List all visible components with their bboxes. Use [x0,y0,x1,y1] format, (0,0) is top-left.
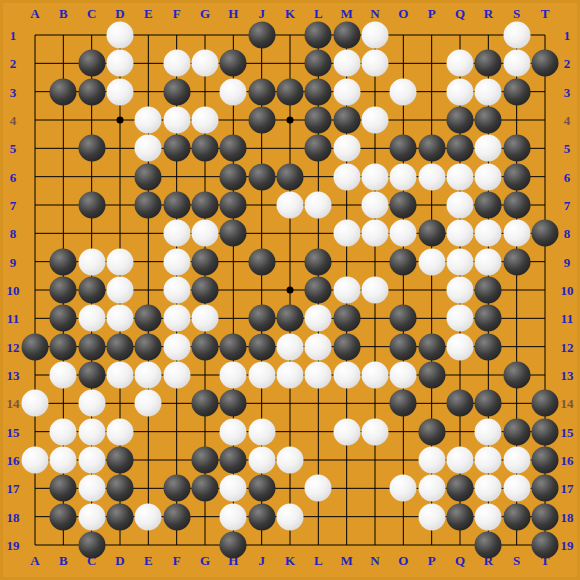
row-label-left-6: 6 [10,170,17,183]
stone-white-M5[interactable] [333,135,360,162]
stone-white-L12[interactable] [305,333,332,360]
row-label-right-3: 3 [564,85,571,98]
column-label-bottom-Q: Q [455,554,465,567]
stone-black-J3[interactable] [248,78,275,105]
stone-black-E6[interactable] [135,163,162,190]
stone-white-L7[interactable] [305,192,332,219]
row-label-right-14: 14 [561,397,574,410]
stone-white-A14[interactable] [22,390,49,417]
stone-white-F13[interactable] [163,362,190,389]
stone-black-P5[interactable] [418,135,445,162]
stone-white-J15[interactable] [248,418,275,445]
stone-black-A12[interactable] [22,333,49,360]
stone-white-D10[interactable] [107,277,134,304]
stone-white-G2[interactable] [192,50,219,77]
column-label-bottom-S: S [513,554,520,567]
column-label-bottom-M: M [341,554,353,567]
stone-black-B10[interactable] [50,277,77,304]
stone-black-T14[interactable] [532,390,559,417]
stone-white-N13[interactable] [362,362,389,389]
stone-white-E5[interactable] [135,135,162,162]
stone-black-R12[interactable] [475,333,502,360]
stone-white-M13[interactable] [333,362,360,389]
stone-black-G10[interactable] [192,277,219,304]
stone-white-C16[interactable] [78,447,105,474]
stone-black-T17[interactable] [532,475,559,502]
stone-black-K6[interactable] [277,163,304,190]
stone-black-S5[interactable] [503,135,530,162]
stone-black-P12[interactable] [418,333,445,360]
stone-white-R16[interactable] [475,447,502,474]
stone-white-D13[interactable] [107,362,134,389]
stone-black-B11[interactable] [50,305,77,332]
row-label-right-2: 2 [564,57,571,70]
stone-black-E7[interactable] [135,192,162,219]
stone-black-P15[interactable] [418,418,445,445]
stone-black-R19[interactable] [475,532,502,559]
stone-white-J13[interactable] [248,362,275,389]
stone-black-F5[interactable] [163,135,190,162]
stone-white-R15[interactable] [475,418,502,445]
stone-white-Q7[interactable] [447,192,474,219]
stone-white-N15[interactable] [362,418,389,445]
stone-white-N4[interactable] [362,107,389,134]
stone-white-S2[interactable] [503,50,530,77]
stone-white-P9[interactable] [418,248,445,275]
stone-white-R8[interactable] [475,220,502,247]
stone-white-M6[interactable] [333,163,360,190]
column-label-top-P: P [428,7,436,20]
stone-black-B9[interactable] [50,248,77,275]
stone-black-R7[interactable] [475,192,502,219]
row-label-left-5: 5 [10,142,17,155]
row-label-left-13: 13 [7,369,20,382]
row-label-left-18: 18 [7,510,20,523]
row-label-right-6: 6 [564,170,571,183]
star-point [117,117,124,124]
stone-white-R3[interactable] [475,78,502,105]
stone-black-S18[interactable] [503,503,530,530]
stone-white-N7[interactable] [362,192,389,219]
stone-white-N10[interactable] [362,277,389,304]
row-label-left-7: 7 [10,199,17,212]
column-label-bottom-L: L [314,554,323,567]
stone-black-J6[interactable] [248,163,275,190]
stone-white-K18[interactable] [277,503,304,530]
stone-white-B13[interactable] [50,362,77,389]
stone-black-H7[interactable] [220,192,247,219]
stone-black-T2[interactable] [532,50,559,77]
stone-black-M4[interactable] [333,107,360,134]
stone-white-F8[interactable] [163,220,190,247]
row-label-right-18: 18 [561,510,574,523]
stone-black-C19[interactable] [78,532,105,559]
stone-black-L4[interactable] [305,107,332,134]
stone-black-O9[interactable] [390,248,417,275]
stone-black-Q5[interactable] [447,135,474,162]
stone-black-C10[interactable] [78,277,105,304]
stone-black-E12[interactable] [135,333,162,360]
stone-white-C17[interactable] [78,475,105,502]
stone-black-B17[interactable] [50,475,77,502]
stone-black-H6[interactable] [220,163,247,190]
stone-white-D3[interactable] [107,78,134,105]
row-label-right-9: 9 [564,255,571,268]
stone-white-Q3[interactable] [447,78,474,105]
stone-white-F10[interactable] [163,277,190,304]
stone-black-G7[interactable] [192,192,219,219]
stone-black-P8[interactable] [418,220,445,247]
stone-white-C15[interactable] [78,418,105,445]
stone-white-P17[interactable] [418,475,445,502]
stone-white-Q10[interactable] [447,277,474,304]
stone-white-P16[interactable] [418,447,445,474]
column-label-top-N: N [370,7,379,20]
stone-white-M8[interactable] [333,220,360,247]
stone-white-F2[interactable] [163,50,190,77]
stone-black-C12[interactable] [78,333,105,360]
column-label-top-F: F [173,7,181,20]
stone-white-N2[interactable] [362,50,389,77]
column-label-bottom-G: G [200,554,210,567]
stone-white-H18[interactable] [220,503,247,530]
column-label-top-K: K [285,7,295,20]
row-label-right-4: 4 [564,114,571,127]
row-label-right-5: 5 [564,142,571,155]
stone-white-H17[interactable] [220,475,247,502]
stone-black-T18[interactable] [532,503,559,530]
stone-black-C5[interactable] [78,135,105,162]
stone-white-L11[interactable] [305,305,332,332]
stone-black-K3[interactable] [277,78,304,105]
stone-black-F17[interactable] [163,475,190,502]
row-label-right-16: 16 [561,454,574,467]
stone-white-O17[interactable] [390,475,417,502]
column-label-bottom-P: P [428,554,436,567]
stone-white-R5[interactable] [475,135,502,162]
stone-black-G16[interactable] [192,447,219,474]
stone-black-S3[interactable] [503,78,530,105]
stone-black-R2[interactable] [475,50,502,77]
stone-white-G11[interactable] [192,305,219,332]
row-label-left-16: 16 [7,454,20,467]
stone-black-O12[interactable] [390,333,417,360]
stone-black-C13[interactable] [78,362,105,389]
stone-white-M10[interactable] [333,277,360,304]
stone-white-A16[interactable] [22,447,49,474]
column-label-bottom-O: O [398,554,408,567]
row-label-left-19: 19 [7,539,20,552]
stone-black-B18[interactable] [50,503,77,530]
column-label-bottom-F: F [173,554,181,567]
row-label-right-17: 17 [561,482,574,495]
stone-black-S9[interactable] [503,248,530,275]
stone-white-N1[interactable] [362,22,389,49]
stone-black-O7[interactable] [390,192,417,219]
stone-black-Q4[interactable] [447,107,474,134]
stone-white-D15[interactable] [107,418,134,445]
column-label-top-T: T [541,7,550,20]
stone-white-D11[interactable] [107,305,134,332]
row-label-left-8: 8 [10,227,17,240]
stone-white-M2[interactable] [333,50,360,77]
go-app-window: AABBCCDDEEFFGGHHJJKKLLMMNNOOPPQQRRSSTT11… [0,0,580,580]
stone-white-Q12[interactable] [447,333,474,360]
stone-white-S17[interactable] [503,475,530,502]
row-label-right-15: 15 [561,425,574,438]
stone-black-S15[interactable] [503,418,530,445]
stone-black-F3[interactable] [163,78,190,105]
row-label-left-11: 11 [7,312,19,325]
row-label-left-14: 14 [7,397,20,410]
stone-white-N6[interactable] [362,163,389,190]
stone-black-J1[interactable] [248,22,275,49]
stone-black-D12[interactable] [107,333,134,360]
stone-white-C14[interactable] [78,390,105,417]
stone-black-O11[interactable] [390,305,417,332]
stone-white-E18[interactable] [135,503,162,530]
stone-black-G14[interactable] [192,390,219,417]
stone-white-Q2[interactable] [447,50,474,77]
row-label-left-15: 15 [7,425,20,438]
stone-black-S6[interactable] [503,163,530,190]
stone-black-H12[interactable] [220,333,247,360]
stone-black-R4[interactable] [475,107,502,134]
row-label-right-10: 10 [561,284,574,297]
stone-white-F11[interactable] [163,305,190,332]
stone-white-K16[interactable] [277,447,304,474]
row-label-right-11: 11 [561,312,573,325]
stone-black-O5[interactable] [390,135,417,162]
stone-white-K13[interactable] [277,362,304,389]
stone-white-K7[interactable] [277,192,304,219]
stone-black-H14[interactable] [220,390,247,417]
row-label-right-1: 1 [564,29,571,42]
stone-white-L17[interactable] [305,475,332,502]
stone-white-D1[interactable] [107,22,134,49]
row-label-right-19: 19 [561,539,574,552]
column-label-top-S: S [513,7,520,20]
column-label-top-C: C [87,7,96,20]
stone-black-D18[interactable] [107,503,134,530]
stone-white-E14[interactable] [135,390,162,417]
stone-black-J12[interactable] [248,333,275,360]
star-point [287,287,294,294]
row-label-left-1: 1 [10,29,17,42]
stone-black-Q18[interactable] [447,503,474,530]
stone-black-B12[interactable] [50,333,77,360]
stone-white-E13[interactable] [135,362,162,389]
stone-black-R10[interactable] [475,277,502,304]
stone-black-J9[interactable] [248,248,275,275]
stone-white-E4[interactable] [135,107,162,134]
row-label-right-8: 8 [564,227,571,240]
stone-black-R14[interactable] [475,390,502,417]
row-label-left-2: 2 [10,57,17,70]
stone-white-H13[interactable] [220,362,247,389]
stone-white-O8[interactable] [390,220,417,247]
stone-white-G8[interactable] [192,220,219,247]
row-label-left-12: 12 [7,340,20,353]
column-label-bottom-N: N [370,554,379,567]
row-label-left-4: 4 [10,114,17,127]
stone-white-R6[interactable] [475,163,502,190]
stone-white-F12[interactable] [163,333,190,360]
row-label-right-13: 13 [561,369,574,382]
stone-black-C3[interactable] [78,78,105,105]
stone-white-H15[interactable] [220,418,247,445]
column-label-top-M: M [341,7,353,20]
stone-black-T8[interactable] [532,220,559,247]
stone-white-R9[interactable] [475,248,502,275]
stone-black-M12[interactable] [333,333,360,360]
stone-black-S13[interactable] [503,362,530,389]
stone-black-T16[interactable] [532,447,559,474]
stone-black-H8[interactable] [220,220,247,247]
stone-black-L1[interactable] [305,22,332,49]
stone-black-C2[interactable] [78,50,105,77]
stone-white-Q16[interactable] [447,447,474,474]
stone-white-O6[interactable] [390,163,417,190]
stone-black-M1[interactable] [333,22,360,49]
stone-black-L2[interactable] [305,50,332,77]
column-label-top-L: L [314,7,323,20]
stone-white-F4[interactable] [163,107,190,134]
column-label-bottom-J: J [258,554,265,567]
column-label-bottom-B: B [59,554,68,567]
column-label-top-Q: Q [455,7,465,20]
stone-black-M11[interactable] [333,305,360,332]
stone-black-G5[interactable] [192,135,219,162]
stone-black-H2[interactable] [220,50,247,77]
column-label-top-D: D [115,7,124,20]
stone-black-G12[interactable] [192,333,219,360]
row-label-left-3: 3 [10,85,17,98]
go-board[interactable]: AABBCCDDEEFFGGHHJJKKLLMMNNOOPPQQRRSSTT11… [0,0,580,580]
stone-black-H5[interactable] [220,135,247,162]
stone-black-F7[interactable] [163,192,190,219]
stone-black-H16[interactable] [220,447,247,474]
row-label-left-9: 9 [10,255,17,268]
stone-white-C11[interactable] [78,305,105,332]
stone-black-L10[interactable] [305,277,332,304]
stone-black-J17[interactable] [248,475,275,502]
stone-black-K11[interactable] [277,305,304,332]
stone-white-R17[interactable] [475,475,502,502]
stone-white-Q6[interactable] [447,163,474,190]
stone-black-D17[interactable] [107,475,134,502]
row-label-right-12: 12 [561,340,574,353]
stone-white-D9[interactable] [107,248,134,275]
column-label-top-O: O [398,7,408,20]
stone-black-Q17[interactable] [447,475,474,502]
column-label-top-R: R [484,7,493,20]
stone-white-S8[interactable] [503,220,530,247]
column-label-top-A: A [30,7,39,20]
stone-white-N8[interactable] [362,220,389,247]
stone-black-O14[interactable] [390,390,417,417]
stone-black-P13[interactable] [418,362,445,389]
column-label-bottom-A: A [30,554,39,567]
column-label-top-B: B [59,7,68,20]
row-label-right-7: 7 [564,199,571,212]
stone-black-T15[interactable] [532,418,559,445]
stone-black-R11[interactable] [475,305,502,332]
stone-white-R18[interactable] [475,503,502,530]
stone-white-L13[interactable] [305,362,332,389]
column-label-bottom-K: K [285,554,295,567]
stone-black-C7[interactable] [78,192,105,219]
stone-white-G4[interactable] [192,107,219,134]
stone-white-S1[interactable] [503,22,530,49]
stone-black-F18[interactable] [163,503,190,530]
column-label-top-H: H [228,7,238,20]
stone-black-J18[interactable] [248,503,275,530]
stone-black-L9[interactable] [305,248,332,275]
stone-white-B15[interactable] [50,418,77,445]
stone-white-S16[interactable] [503,447,530,474]
stone-white-C18[interactable] [78,503,105,530]
stone-black-H19[interactable] [220,532,247,559]
stone-white-Q11[interactable] [447,305,474,332]
stone-black-S7[interactable] [503,192,530,219]
stone-white-O3[interactable] [390,78,417,105]
stone-white-H3[interactable] [220,78,247,105]
stone-white-P18[interactable] [418,503,445,530]
stone-black-E11[interactable] [135,305,162,332]
stone-white-Q8[interactable] [447,220,474,247]
stone-white-O13[interactable] [390,362,417,389]
stone-white-M3[interactable] [333,78,360,105]
stone-white-M15[interactable] [333,418,360,445]
stone-white-K12[interactable] [277,333,304,360]
stone-black-Q14[interactable] [447,390,474,417]
stone-white-B16[interactable] [50,447,77,474]
row-label-left-17: 17 [7,482,20,495]
column-label-top-E: E [144,7,153,20]
column-label-top-J: J [258,7,265,20]
stone-white-Q9[interactable] [447,248,474,275]
stone-white-C9[interactable] [78,248,105,275]
stone-black-J4[interactable] [248,107,275,134]
column-label-bottom-E: E [144,554,153,567]
stone-black-G17[interactable] [192,475,219,502]
stone-white-F9[interactable] [163,248,190,275]
stone-black-D16[interactable] [107,447,134,474]
stone-black-L3[interactable] [305,78,332,105]
stone-white-D2[interactable] [107,50,134,77]
star-point [287,117,294,124]
stone-white-P6[interactable] [418,163,445,190]
stone-black-L5[interactable] [305,135,332,162]
stone-black-G9[interactable] [192,248,219,275]
stone-black-T19[interactable] [532,532,559,559]
stone-black-B3[interactable] [50,78,77,105]
stone-white-J16[interactable] [248,447,275,474]
column-label-bottom-D: D [115,554,124,567]
stone-black-J11[interactable] [248,305,275,332]
row-label-left-10: 10 [7,284,20,297]
column-label-top-G: G [200,7,210,20]
